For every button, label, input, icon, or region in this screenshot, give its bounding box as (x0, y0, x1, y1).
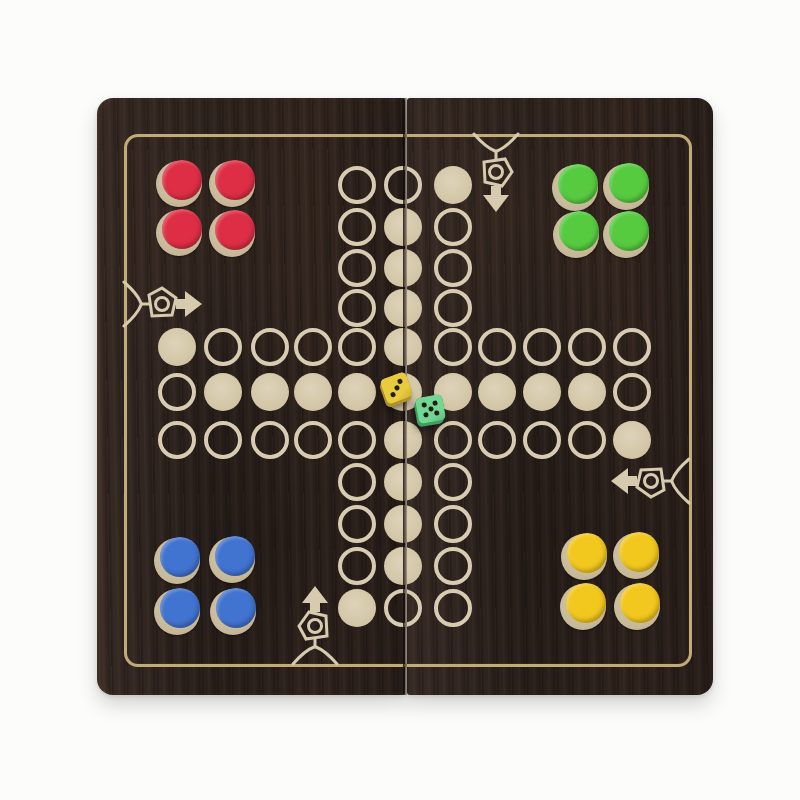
home-run-circle-r6c3 (251, 373, 289, 411)
home-run-circle-r6c5 (338, 373, 376, 411)
die-pip (428, 406, 434, 412)
ludo-board-photo (0, 0, 800, 800)
track-circle-r5c2 (204, 328, 242, 366)
track-circle-r7c5 (338, 421, 376, 459)
track-circle-r7c4 (294, 421, 332, 459)
blue-token-4[interactable] (216, 588, 256, 628)
track-circle-r5c7 (434, 328, 472, 366)
die-pip (390, 391, 396, 397)
red-token-1[interactable] (162, 160, 202, 200)
track-circle-r8c7 (434, 463, 472, 501)
track-circle-r5c4 (294, 328, 332, 366)
track-circle-r7c7 (434, 421, 472, 459)
track-circle-r8c5 (338, 463, 376, 501)
track-circle-r5c9 (523, 328, 561, 366)
track-circle-r7c2 (204, 421, 242, 459)
die-pip (423, 412, 429, 418)
track-circle-r5c10 (568, 328, 606, 366)
yellow-token-4[interactable] (620, 583, 660, 623)
blue-token-2[interactable] (215, 536, 255, 576)
die-pip (434, 410, 440, 416)
green-token-2[interactable] (609, 163, 649, 203)
track-circle-r5c5 (338, 328, 376, 366)
track-circle-r3c7 (434, 249, 472, 287)
track-circle-r5c11 (613, 328, 651, 366)
track-circle-r4c7 (434, 289, 472, 327)
home-run-circle-r6c10 (568, 373, 606, 411)
start-circle-r11c5 (338, 589, 376, 627)
red-token-2[interactable] (215, 160, 255, 200)
track-circle-r7c10 (568, 421, 606, 459)
track-circle-r5c3 (251, 328, 289, 366)
red-token-4[interactable] (215, 210, 255, 250)
red-token-3[interactable] (162, 209, 202, 249)
yellow-token-3[interactable] (566, 583, 606, 623)
track-circle-r7c1 (158, 421, 196, 459)
green-token-3[interactable] (559, 211, 599, 251)
die-pip (396, 378, 402, 384)
track-circle-r2c7 (434, 208, 472, 246)
die-pip (393, 385, 399, 391)
track-circle-r7c9 (523, 421, 561, 459)
track-circle-r6c11 (613, 373, 651, 411)
track-circle-r4c5 (338, 289, 376, 327)
yellow-token-2[interactable] (619, 532, 659, 572)
blue-token-1[interactable] (160, 537, 200, 577)
home-run-circle-r6c9 (523, 373, 561, 411)
track-circle-r7c8 (478, 421, 516, 459)
track-circle-r11c7 (434, 589, 472, 627)
die-pip (432, 400, 438, 406)
green-die-face (415, 394, 446, 424)
home-run-circle-r6c8 (478, 373, 516, 411)
track-circle-r7c3 (251, 421, 289, 459)
die-pip (421, 402, 427, 408)
home-run-circle-r6c4 (294, 373, 332, 411)
track-circle-r5c8 (478, 328, 516, 366)
track-circle-r1c5 (338, 166, 376, 204)
green-token-4[interactable] (609, 211, 649, 251)
start-circle-r1c7 (434, 166, 472, 204)
top-entry-arrow-icon (471, 132, 521, 214)
start-circle-r7c11 (613, 421, 651, 459)
right-entry-arrow-icon (609, 456, 691, 506)
yellow-token-1[interactable] (567, 533, 607, 573)
bottom-entry-arrow-icon (290, 584, 340, 666)
track-circle-r2c5 (338, 208, 376, 246)
green-token-1[interactable] (558, 164, 598, 204)
start-circle-r5c1 (158, 328, 196, 366)
track-circle-r3c5 (338, 249, 376, 287)
track-circle-r9c7 (434, 505, 472, 543)
home-run-circle-r6c2 (204, 373, 242, 411)
track-circle-r6c1 (158, 373, 196, 411)
track-circle-r10c5 (338, 547, 376, 585)
track-circle-r10c7 (434, 547, 472, 585)
left-entry-arrow-icon (122, 279, 204, 329)
green-die-showing-5[interactable] (415, 394, 446, 424)
track-circle-r9c5 (338, 505, 376, 543)
blue-token-3[interactable] (160, 588, 200, 628)
